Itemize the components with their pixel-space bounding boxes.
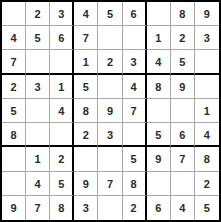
cell-r4c7[interactable]: 8	[147, 75, 171, 99]
cell-r2c7[interactable]: 1	[147, 26, 171, 50]
cell-r6c7[interactable]: 5	[147, 123, 171, 147]
cell-r4c2[interactable]: 3	[26, 75, 50, 99]
cell-r1c5[interactable]: 5	[98, 2, 122, 26]
cell-r7c8[interactable]: 7	[171, 147, 195, 171]
cell-r3c4[interactable]: 1	[74, 50, 98, 74]
cell-r3c6[interactable]: 3	[123, 50, 147, 74]
cell-r8c3[interactable]: 5	[50, 172, 74, 196]
cell-r6c9[interactable]: 4	[195, 123, 219, 147]
cell-r1c6[interactable]: 6	[123, 2, 147, 26]
cell-r1c1[interactable]	[2, 2, 26, 26]
cell-r8c6[interactable]: 8	[123, 172, 147, 196]
cell-r8c8[interactable]	[171, 172, 195, 196]
cell-r1c4[interactable]: 4	[74, 2, 98, 26]
cell-r1c8[interactable]: 8	[171, 2, 195, 26]
cell-r4c3[interactable]: 1	[50, 75, 74, 99]
cell-r8c2[interactable]: 4	[26, 172, 50, 196]
cell-r3c5[interactable]: 2	[98, 50, 122, 74]
cell-r7c4[interactable]	[74, 147, 98, 171]
cell-r4c5[interactable]	[98, 75, 122, 99]
cell-r6c1[interactable]: 8	[2, 123, 26, 147]
cell-r3c9[interactable]	[195, 50, 219, 74]
cell-r9c1[interactable]: 9	[2, 196, 26, 220]
cell-r5c1[interactable]: 5	[2, 99, 26, 123]
cell-r6c8[interactable]: 6	[171, 123, 195, 147]
cell-r7c6[interactable]: 5	[123, 147, 147, 171]
cell-r9c9[interactable]: 5	[195, 196, 219, 220]
cell-r8c5[interactable]: 7	[98, 172, 122, 196]
cell-r9c3[interactable]: 8	[50, 196, 74, 220]
cell-r2c9[interactable]: 3	[195, 26, 219, 50]
cell-r3c2[interactable]	[26, 50, 50, 74]
cell-r9c4[interactable]: 3	[74, 196, 98, 220]
cell-r4c1[interactable]: 2	[2, 75, 26, 99]
cell-r2c6[interactable]	[123, 26, 147, 50]
cell-r5c4[interactable]: 8	[74, 99, 98, 123]
cell-r3c3[interactable]	[50, 50, 74, 74]
cell-r2c4[interactable]: 7	[74, 26, 98, 50]
cell-r9c6[interactable]: 2	[123, 196, 147, 220]
cell-r9c2[interactable]: 7	[26, 196, 50, 220]
cell-r7c7[interactable]: 9	[147, 147, 171, 171]
cell-r5c9[interactable]: 1	[195, 99, 219, 123]
cell-r9c7[interactable]: 6	[147, 196, 171, 220]
cell-r3c1[interactable]: 7	[2, 50, 26, 74]
cell-r8c9[interactable]: 2	[195, 172, 219, 196]
cell-r6c3[interactable]	[50, 123, 74, 147]
cell-r2c2[interactable]: 5	[26, 26, 50, 50]
cell-r1c7[interactable]	[147, 2, 171, 26]
cell-r6c5[interactable]: 3	[98, 123, 122, 147]
cell-r5c7[interactable]	[147, 99, 171, 123]
cell-r9c5[interactable]	[98, 196, 122, 220]
cell-r7c9[interactable]: 8	[195, 147, 219, 171]
sudoku-board: 2345689456712371234523154895489718235641…	[0, 0, 221, 222]
cell-r7c2[interactable]: 1	[26, 147, 50, 171]
cell-r4c6[interactable]: 4	[123, 75, 147, 99]
cell-r2c5[interactable]	[98, 26, 122, 50]
cell-r2c1[interactable]: 4	[2, 26, 26, 50]
cell-r5c6[interactable]: 7	[123, 99, 147, 123]
cell-r3c7[interactable]: 4	[147, 50, 171, 74]
cell-r8c7[interactable]	[147, 172, 171, 196]
cell-r7c1[interactable]	[2, 147, 26, 171]
cell-r7c5[interactable]	[98, 147, 122, 171]
cell-r5c3[interactable]: 4	[50, 99, 74, 123]
cell-r6c2[interactable]	[26, 123, 50, 147]
cell-r5c8[interactable]	[171, 99, 195, 123]
cell-r5c2[interactable]	[26, 99, 50, 123]
cell-r6c6[interactable]	[123, 123, 147, 147]
cell-r1c9[interactable]: 9	[195, 2, 219, 26]
cell-r9c8[interactable]: 4	[171, 196, 195, 220]
cell-r6c4[interactable]: 2	[74, 123, 98, 147]
cell-r4c4[interactable]: 5	[74, 75, 98, 99]
cell-r8c1[interactable]	[2, 172, 26, 196]
cell-r4c9[interactable]	[195, 75, 219, 99]
cell-r4c8[interactable]: 9	[171, 75, 195, 99]
cell-r1c2[interactable]: 2	[26, 2, 50, 26]
cell-r2c3[interactable]: 6	[50, 26, 74, 50]
cell-r3c8[interactable]: 5	[171, 50, 195, 74]
cell-r5c5[interactable]: 9	[98, 99, 122, 123]
cell-r2c8[interactable]: 2	[171, 26, 195, 50]
cell-r7c3[interactable]: 2	[50, 147, 74, 171]
cell-r1c3[interactable]: 3	[50, 2, 74, 26]
cell-r8c4[interactable]: 9	[74, 172, 98, 196]
